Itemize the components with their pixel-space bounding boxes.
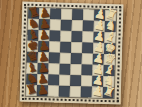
square-e5 (60, 42, 71, 53)
square-e3 (82, 42, 93, 53)
square-e8: ♚ (27, 41, 38, 52)
square-b4 (70, 75, 81, 86)
square-h3 (83, 9, 94, 20)
square-d7: ♟ (38, 52, 49, 63)
square-a5 (59, 86, 70, 97)
photo-stage: ♜♟♟♜♞♟♟♞♝♟♟♝♚♟♟♚♛♟♟♛♝♟♟♝♞♟♟♞♜♟♟♜ (0, 0, 142, 107)
square-f1: ♝ (104, 32, 115, 43)
square-h5 (61, 9, 72, 20)
square-g5 (61, 20, 72, 31)
square-h7: ♟ (39, 8, 50, 19)
square-a4 (70, 86, 81, 97)
square-f3 (82, 31, 93, 42)
square-c5 (59, 64, 70, 75)
square-g7: ♟ (39, 19, 50, 30)
square-g2: ♟ (94, 21, 105, 32)
square-c2: ♟ (92, 65, 103, 76)
square-g6 (50, 19, 61, 30)
square-b2: ♟ (92, 76, 103, 87)
square-h1: ♜ (105, 10, 116, 21)
square-c4 (70, 64, 81, 75)
square-f5 (60, 31, 71, 42)
square-f2: ♟ (93, 32, 104, 43)
square-d2: ♟ (93, 54, 104, 65)
square-e1: ♚ (104, 43, 115, 54)
square-d1: ♛ (104, 54, 115, 65)
square-e6 (49, 41, 60, 52)
square-e4 (71, 42, 82, 53)
square-b6 (48, 74, 59, 85)
square-h6 (50, 8, 61, 19)
square-a2: ♟ (92, 87, 103, 98)
square-a1: ♜ (103, 87, 114, 98)
square-h2: ♟ (94, 10, 105, 21)
square-e7: ♟ (38, 41, 49, 52)
square-f4 (71, 31, 82, 42)
square-a7: ♟ (37, 85, 48, 96)
square-d8: ♛ (27, 52, 38, 63)
square-h8: ♜ (28, 8, 39, 19)
square-c1: ♝ (103, 65, 114, 76)
square-a6 (48, 85, 59, 96)
square-d4 (71, 53, 82, 64)
square-f8: ♝ (27, 30, 38, 41)
square-c7: ♟ (37, 63, 48, 74)
square-c3 (81, 64, 92, 75)
square-d6 (49, 52, 60, 63)
square-e2: ♟ (93, 43, 104, 54)
square-b5 (59, 75, 70, 86)
square-g4 (72, 20, 83, 31)
chess-board: ♜♟♟♜♞♟♟♞♝♟♟♝♚♟♟♚♛♟♟♛♝♟♟♝♞♟♟♞♜♟♟♜ (20, 2, 124, 105)
square-b8: ♞ (26, 74, 37, 85)
square-g1: ♞ (105, 21, 116, 32)
board-play-area: ♜♟♟♜♞♟♟♞♝♟♟♝♚♟♟♚♛♟♟♛♝♟♟♝♞♟♟♞♜♟♟♜ (26, 8, 117, 99)
square-a8: ♜ (26, 85, 37, 96)
square-c8: ♝ (26, 63, 37, 74)
square-d3 (82, 53, 93, 64)
square-f7: ♟ (38, 30, 49, 41)
square-g8: ♞ (28, 19, 39, 30)
square-b3 (81, 75, 92, 86)
square-h4 (72, 9, 83, 20)
square-c6 (48, 63, 59, 74)
square-d5 (60, 53, 71, 64)
square-f6 (49, 30, 60, 41)
square-b7: ♟ (37, 74, 48, 85)
square-g3 (83, 20, 94, 31)
square-b1: ♞ (103, 76, 114, 87)
square-a3 (81, 86, 92, 97)
